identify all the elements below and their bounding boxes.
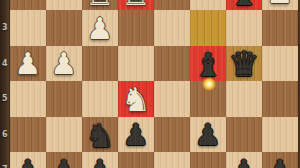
- square-c6[interactable]: ♟: [190, 117, 226, 153]
- rank-label-4: 4: [2, 59, 10, 68]
- square-d4[interactable]: [154, 46, 190, 82]
- square-d5[interactable]: [154, 81, 190, 117]
- square-c3[interactable]: [190, 10, 226, 46]
- square-a4[interactable]: [262, 46, 298, 82]
- square-a5[interactable]: [262, 81, 298, 117]
- rank-label-6: 6: [2, 130, 10, 139]
- square-g7[interactable]: ♟: [46, 152, 82, 168]
- piece-white-p-h4[interactable]: ♟: [15, 49, 42, 79]
- square-h6[interactable]: [10, 117, 46, 153]
- square-e6[interactable]: ♟: [118, 117, 154, 153]
- square-a3[interactable]: [262, 10, 298, 46]
- square-a7[interactable]: ♟: [262, 152, 298, 168]
- square-e7[interactable]: [118, 152, 154, 168]
- square-a2[interactable]: ♟: [262, 0, 298, 10]
- square-h2[interactable]: [10, 0, 46, 10]
- square-b6[interactable]: [226, 117, 262, 153]
- square-h4[interactable]: ♟: [10, 46, 46, 82]
- rank-label-5: 5: [2, 94, 10, 103]
- square-b7[interactable]: ♟: [226, 152, 262, 168]
- square-f2[interactable]: ♜: [82, 0, 118, 10]
- piece-white-p-g4[interactable]: ♟: [51, 49, 78, 79]
- square-e5[interactable]: ♞: [118, 81, 154, 117]
- square-f3[interactable]: ♟: [82, 10, 118, 46]
- piece-black-n-f6[interactable]: ♞: [85, 119, 115, 152]
- square-e2[interactable]: ♜: [118, 0, 154, 10]
- square-b5[interactable]: [226, 81, 262, 117]
- rank-label-3: 3: [2, 23, 10, 32]
- square-e3[interactable]: [118, 10, 154, 46]
- square-d3[interactable]: [154, 10, 190, 46]
- piece-black-p-e6[interactable]: ♟: [123, 120, 150, 150]
- piece-black-p-f7[interactable]: ♟: [87, 156, 114, 168]
- square-c7[interactable]: [190, 152, 226, 168]
- square-h5[interactable]: [10, 81, 46, 117]
- square-g5[interactable]: [46, 81, 82, 117]
- piece-white-b-c4[interactable]: ♝: [193, 48, 223, 81]
- square-f6[interactable]: ♞: [82, 117, 118, 153]
- piece-black-p-b7[interactable]: ♟: [231, 156, 258, 168]
- square-g3[interactable]: [46, 10, 82, 46]
- square-b2[interactable]: ♝: [226, 0, 262, 10]
- piece-white-p-a2[interactable]: ♟: [267, 0, 294, 8]
- square-f7[interactable]: ♟: [82, 152, 118, 168]
- square-f4[interactable]: [82, 46, 118, 82]
- chess-board[interactable]: ♜♜♝♟♟♟♟♝♛♞♞♟♟♟♟♟♟♟: [10, 0, 298, 168]
- piece-black-p-g7[interactable]: ♟: [51, 156, 78, 168]
- piece-white-p-f3[interactable]: ♟: [87, 14, 114, 44]
- square-a6[interactable]: [262, 117, 298, 153]
- piece-white-n-e5[interactable]: ♞: [121, 83, 151, 116]
- piece-white-r-f2[interactable]: ♜: [85, 0, 115, 10]
- square-c4[interactable]: ♝: [190, 46, 226, 82]
- rank-label-7: 7: [2, 165, 10, 168]
- piece-white-r-e2[interactable]: ♜: [121, 0, 151, 10]
- piece-black-p-c6[interactable]: ♟: [195, 120, 222, 150]
- square-g2[interactable]: [46, 0, 82, 10]
- square-e4[interactable]: [118, 46, 154, 82]
- chess-board-stage: ♜♜♝♟♟♟♟♝♛♞♞♟♟♟♟♟♟♟ 34567: [0, 0, 300, 168]
- square-b3[interactable]: [226, 10, 262, 46]
- square-g4[interactable]: ♟: [46, 46, 82, 82]
- square-g6[interactable]: [46, 117, 82, 153]
- square-c5[interactable]: [190, 81, 226, 117]
- square-c2[interactable]: [190, 0, 226, 10]
- piece-black-p-a7[interactable]: ♟: [267, 156, 294, 168]
- square-d6[interactable]: [154, 117, 190, 153]
- piece-black-q-b4[interactable]: ♛: [228, 47, 259, 82]
- square-d2[interactable]: [154, 0, 190, 10]
- square-b4[interactable]: ♛: [226, 46, 262, 82]
- square-h7[interactable]: ♟: [10, 152, 46, 168]
- piece-white-b-b2[interactable]: ♝: [229, 0, 259, 10]
- square-d7[interactable]: [154, 152, 190, 168]
- square-h3[interactable]: [10, 10, 46, 46]
- square-f5[interactable]: [82, 81, 118, 117]
- piece-black-p-h7[interactable]: ♟: [15, 156, 42, 168]
